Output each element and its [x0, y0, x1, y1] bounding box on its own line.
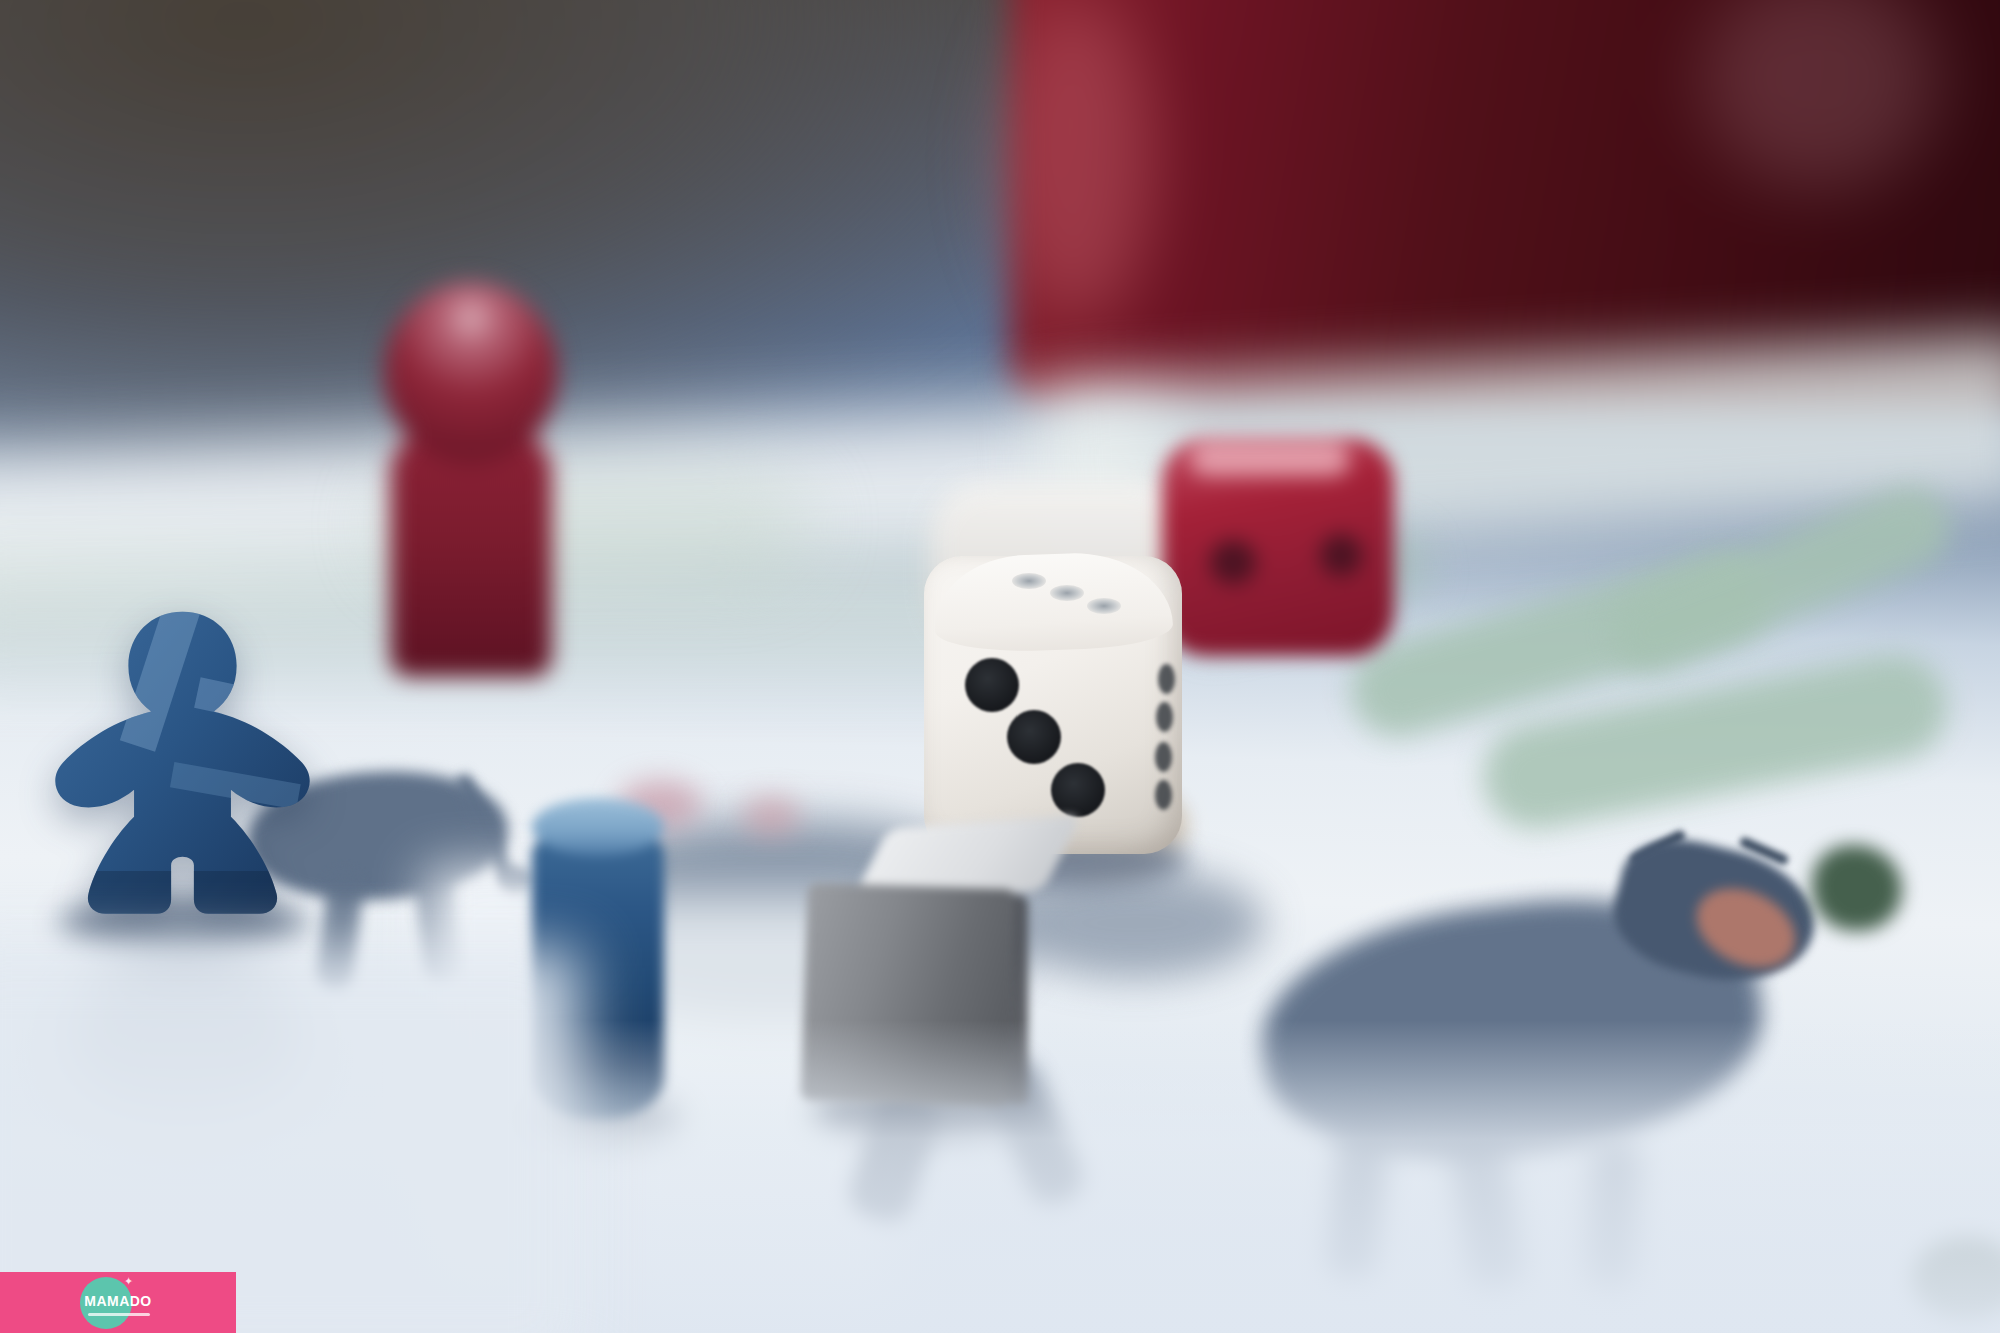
white-die-side-pip — [1155, 780, 1172, 810]
white-die-top-face — [932, 550, 1173, 654]
white-die-in-focus — [924, 556, 1182, 854]
white-die-top-pip — [1087, 598, 1121, 614]
red-die-highlight — [1190, 442, 1350, 476]
red-pawn-head — [384, 282, 558, 464]
bush-illustration — [1812, 845, 1902, 931]
watermark: ✦ MAMADO — [0, 1272, 236, 1333]
white-die-side-pip — [1158, 664, 1175, 694]
red-die-pip — [1210, 540, 1256, 584]
red-pawn-body — [390, 430, 552, 677]
white-die-top-pip — [1050, 585, 1084, 601]
blue-cylinder-top — [532, 798, 664, 856]
watermark-tagline-line — [88, 1313, 150, 1316]
white-die-front-pip — [1007, 710, 1061, 764]
red-die-pip — [1320, 534, 1362, 576]
white-die-front-pip — [965, 658, 1019, 712]
blue-meeple — [40, 592, 325, 922]
red-die — [1162, 438, 1394, 656]
white-die-side-pip — [1155, 742, 1172, 772]
sparkle-icon: ✦ — [124, 1275, 133, 1288]
watermark-logo-text: MAMADO — [0, 1293, 236, 1309]
board-game-photo: ✦ MAMADO — [0, 0, 2000, 1333]
white-die-front-pip — [1051, 763, 1105, 817]
pink-flower-smudge — [742, 796, 800, 836]
white-die-top-pip — [1012, 573, 1046, 589]
red-pawn — [380, 282, 562, 677]
white-die-side-pip — [1156, 702, 1173, 732]
